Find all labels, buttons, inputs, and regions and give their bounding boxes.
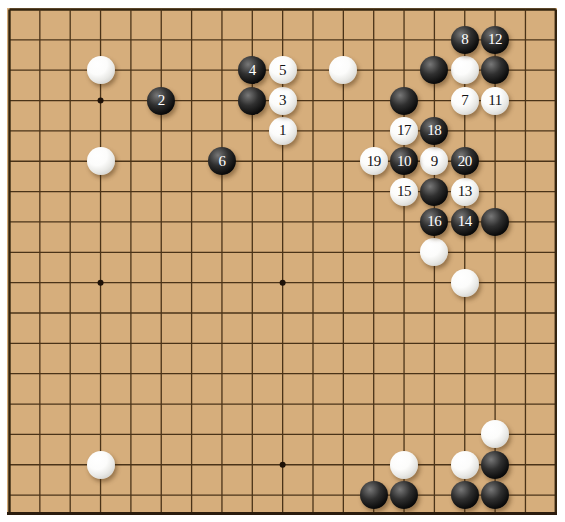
stone-white-move-17[interactable]: 17 [390,117,418,145]
stone-white-move-1[interactable]: 1 [269,117,297,145]
stone-black-move-14[interactable]: 14 [451,208,479,236]
stone-white-move-5[interactable]: 5 [269,56,297,84]
stone-white-move-3[interactable]: 3 [269,87,297,115]
stone-white[interactable] [481,420,509,448]
move-number: 11 [488,93,501,108]
stone-black[interactable] [481,208,509,236]
board-grid[interactable]: 1234567891011121314151617181920 [0,0,565,510]
stone-black[interactable] [451,481,479,509]
stone-white-move-7[interactable]: 7 [451,87,479,115]
stone-black[interactable] [390,481,418,509]
move-number: 16 [427,214,441,229]
move-number: 18 [427,123,441,138]
stone-black-move-2[interactable]: 2 [147,87,175,115]
stone-white[interactable] [87,56,115,84]
stone-white[interactable] [451,56,479,84]
stone-black[interactable] [420,178,448,206]
stone-black-move-10[interactable]: 10 [390,147,418,175]
move-number: 3 [279,93,286,108]
go-diagram: 1234567891011121314151617181920 [0,0,565,522]
move-number: 17 [397,123,411,138]
stone-white-move-15[interactable]: 15 [390,178,418,206]
stone-white[interactable] [390,451,418,479]
stone-white-move-11[interactable]: 11 [481,87,509,115]
move-number: 2 [158,93,165,108]
stone-black[interactable] [481,56,509,84]
stone-black[interactable] [238,87,266,115]
move-number: 20 [458,154,472,169]
move-number: 10 [397,154,411,169]
stone-black-move-4[interactable]: 4 [238,56,266,84]
stone-black[interactable] [481,481,509,509]
stone-black-move-12[interactable]: 12 [481,26,509,54]
move-number: 13 [458,184,472,199]
stone-white[interactable] [87,451,115,479]
move-number: 8 [461,32,468,47]
move-number: 7 [461,93,468,108]
stone-black[interactable] [360,481,388,509]
move-number: 5 [279,63,286,78]
stone-white-move-13[interactable]: 13 [451,178,479,206]
move-number: 1 [279,123,286,138]
stone-black-move-18[interactable]: 18 [420,117,448,145]
stone-black-move-16[interactable]: 16 [420,208,448,236]
stone-black[interactable] [481,451,509,479]
stone-black-move-8[interactable]: 8 [451,26,479,54]
stone-black-move-20[interactable]: 20 [451,147,479,175]
stone-black-move-6[interactable]: 6 [208,147,236,175]
move-number: 6 [218,154,225,169]
stone-white[interactable] [451,451,479,479]
stone-white[interactable] [329,56,357,84]
stone-white[interactable] [420,238,448,266]
stone-white[interactable] [451,269,479,297]
move-number: 14 [458,214,472,229]
move-number: 4 [249,63,256,78]
stone-black[interactable] [420,56,448,84]
stone-white-move-19[interactable]: 19 [360,147,388,175]
stone-white[interactable] [87,147,115,175]
stone-white-move-9[interactable]: 9 [420,147,448,175]
move-number: 15 [397,184,411,199]
move-number: 9 [431,154,438,169]
stone-black[interactable] [390,87,418,115]
move-number: 12 [488,32,502,47]
move-number: 19 [367,154,381,169]
